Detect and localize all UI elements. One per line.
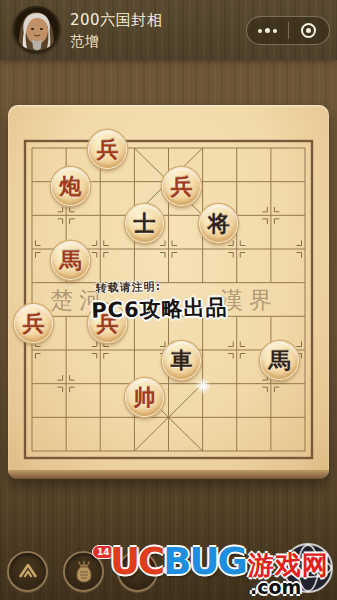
portrait-icon [15, 8, 58, 51]
piece-glyph: 兵 [97, 131, 119, 168]
piece-glyph: 馬 [60, 242, 82, 279]
piece-black-将[interactable]: 将 [200, 205, 237, 242]
target-circle-icon [301, 23, 316, 38]
piece-red-炮[interactable]: 炮 [52, 168, 89, 205]
piece-glyph: 将 [208, 205, 230, 242]
piece-black-士[interactable]: 士 [126, 205, 163, 242]
menu-button[interactable] [7, 551, 48, 592]
piece-glyph: 兵 [97, 305, 119, 342]
close-button[interactable] [289, 17, 330, 44]
piece-red-馬[interactable]: 馬 [52, 242, 89, 279]
piece-red-兵[interactable]: 兵 [15, 305, 52, 342]
board-grid: 兵炮兵士将馬兵兵車馬帅 [15, 131, 322, 468]
piece-glyph: 士 [134, 205, 156, 242]
bag-badge: 14 [92, 545, 115, 559]
more-options-button[interactable] [247, 17, 288, 44]
money-bag-icon [71, 559, 97, 585]
piece-black-馬[interactable]: 馬 [261, 342, 298, 379]
page-subtitle: 范增 [70, 33, 100, 50]
top-bar: 200六国封相 范增 [0, 0, 337, 60]
piece-red-兵[interactable]: 兵 [89, 131, 126, 168]
piece-red-兵[interactable]: 兵 [163, 168, 200, 205]
three-dots-icon [258, 28, 277, 33]
piece-glyph: 馬 [269, 342, 291, 379]
piece-glyph: 炮 [60, 168, 82, 205]
extra-button[interactable] [117, 551, 158, 592]
chevron-up-icon [15, 559, 41, 585]
bottom-bar: 14 [0, 545, 337, 600]
piece-red-兵[interactable]: 兵 [89, 305, 126, 342]
wechat-capsule [246, 16, 330, 45]
piece-glyph: 兵 [23, 305, 45, 342]
avatar [13, 6, 60, 53]
xiangqi-app-screen: 200六国封相 范增 楚河 漢界 兵炮兵士将馬兵兵車馬帅 转载请注明: PC6攻… [0, 0, 337, 600]
piece-red-帅[interactable]: 帅 [126, 379, 163, 416]
piece-black-車[interactable]: 車 [163, 342, 200, 379]
piece-glyph: 兵 [171, 168, 193, 205]
piece-glyph: 車 [171, 342, 193, 379]
piece-glyph: 帅 [134, 379, 156, 416]
page-title: 200六国封相 [70, 11, 162, 29]
